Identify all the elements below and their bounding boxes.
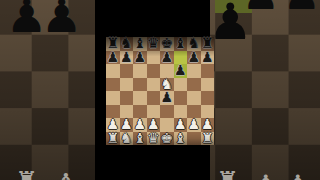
white-bishop[interactable]: ♝	[174, 131, 187, 145]
square-e7[interactable]: ♟	[160, 51, 174, 65]
white-queen[interactable]: ♛	[147, 131, 160, 145]
chess-board[interactable]: ♜♞♝♛♚♝♞♜♟♟♟♟♟♟♟♞♟♟♟♟♟♟♟♟♜♞♝♛♚♝♜	[106, 37, 214, 145]
bg-white-pawn-bottom-right-1: ♟	[255, 172, 277, 180]
square-c4[interactable]	[133, 91, 147, 105]
bg-black-pawn-top-right-1: ♟	[242, 0, 280, 16]
white-pawn[interactable]: ♟	[187, 118, 200, 132]
square-a1[interactable]: ♜	[106, 132, 120, 146]
black-pawn[interactable]: ♟	[201, 50, 214, 64]
square-b5[interactable]	[120, 78, 134, 92]
white-rook[interactable]: ♜	[106, 131, 119, 145]
square-f8[interactable]: ♝	[174, 37, 188, 51]
square-d5[interactable]	[147, 78, 161, 92]
square-d7[interactable]	[147, 51, 161, 65]
square-d8[interactable]: ♛	[147, 37, 161, 51]
black-pawn[interactable]: ♟	[160, 91, 173, 105]
black-pawn[interactable]: ♟	[106, 50, 119, 64]
square-g1[interactable]	[187, 132, 201, 146]
square-f5[interactable]	[174, 78, 188, 92]
square-e4[interactable]: ♟	[160, 91, 174, 105]
square-b1[interactable]: ♞	[120, 132, 134, 146]
square-f6[interactable]: ♟	[174, 64, 188, 78]
square-g7[interactable]: ♟	[187, 51, 201, 65]
black-pawn[interactable]: ♟	[174, 64, 187, 78]
black-pawn[interactable]: ♟	[160, 50, 173, 64]
black-bishop[interactable]: ♝	[174, 37, 187, 51]
square-f4[interactable]	[174, 91, 188, 105]
white-rook[interactable]: ♜	[201, 131, 214, 145]
square-g6[interactable]	[187, 64, 201, 78]
square-d4[interactable]	[147, 91, 161, 105]
black-pawn[interactable]: ♟	[120, 50, 133, 64]
white-bishop[interactable]: ♝	[133, 131, 146, 145]
square-a7[interactable]: ♟	[106, 51, 120, 65]
square-b7[interactable]: ♟	[120, 51, 134, 65]
bg-white-bishop-bottom-left: ♝	[54, 170, 77, 180]
square-a4[interactable]	[106, 91, 120, 105]
bg-black-pawn-top-left-2: ♟	[41, 0, 82, 39]
square-g5[interactable]	[187, 78, 201, 92]
square-b4[interactable]	[120, 91, 134, 105]
square-f1[interactable]: ♝	[174, 132, 188, 146]
square-h5[interactable]	[201, 78, 215, 92]
black-pawn[interactable]: ♟	[133, 50, 146, 64]
square-d1[interactable]: ♛	[147, 132, 161, 146]
square-h6[interactable]	[201, 64, 215, 78]
square-h7[interactable]: ♟	[201, 51, 215, 65]
square-c6[interactable]	[133, 64, 147, 78]
square-g4[interactable]	[187, 91, 201, 105]
square-h1[interactable]: ♜	[201, 132, 215, 146]
square-h4[interactable]	[201, 91, 215, 105]
bg-white-rook-bottom-right: ♜	[216, 168, 239, 180]
bg-white-pawn-bottom-right-2: ♟	[287, 172, 309, 180]
square-a5[interactable]	[106, 78, 120, 92]
black-queen[interactable]: ♛	[147, 37, 160, 51]
square-e1[interactable]: ♚	[160, 132, 174, 146]
video-frame: ♟♟♟♟♟♜♝♜♟♟ ♜♞♝♛♚♝♞♜♟♟♟♟♟♟♟♞♟♟♟♟♟♟♟♟♜♞♝♛♚…	[0, 0, 320, 180]
white-knight[interactable]: ♞	[120, 131, 133, 145]
bg-white-rook-bottom-left: ♜	[15, 168, 38, 180]
square-b6[interactable]	[120, 64, 134, 78]
square-a6[interactable]	[106, 64, 120, 78]
square-e3[interactable]	[160, 105, 174, 119]
square-c7[interactable]: ♟	[133, 51, 147, 65]
black-pawn[interactable]: ♟	[187, 50, 200, 64]
square-g2[interactable]: ♟	[187, 118, 201, 132]
bg-black-pawn-top-right-2: ♟	[283, 0, 320, 16]
square-c5[interactable]	[133, 78, 147, 92]
square-d6[interactable]	[147, 64, 161, 78]
square-c1[interactable]: ♝	[133, 132, 147, 146]
white-king[interactable]: ♚	[160, 131, 173, 145]
